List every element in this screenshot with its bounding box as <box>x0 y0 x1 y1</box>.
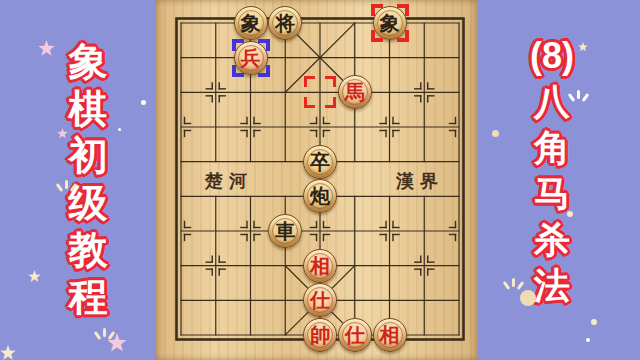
dot-decoration <box>586 338 590 342</box>
piece-character: 相 <box>380 318 400 352</box>
right-title-char: 马 <box>523 171 581 217</box>
left-title: 象 棋 初 级 教 程 <box>60 38 116 320</box>
blue-selection-brackets <box>232 39 270 77</box>
red-move-origin-marker <box>304 76 336 108</box>
piece-black-elephant[interactable]: 象 <box>234 6 268 40</box>
star-decoration <box>38 40 55 57</box>
left-title-char: 教 <box>60 226 116 273</box>
piece-character: 馬 <box>345 75 365 109</box>
right-title-char: 法 <box>523 263 581 309</box>
right-title-char: 角 <box>523 125 581 171</box>
star-decoration <box>107 333 127 353</box>
piece-black-general[interactable]: 将 <box>268 6 302 40</box>
piece-black-chariot[interactable]: 車 <box>268 214 302 248</box>
dot-decoration <box>118 128 121 131</box>
piece-character: 将 <box>275 6 295 40</box>
dot-decoration <box>492 130 499 137</box>
piece-character: 車 <box>275 214 295 248</box>
piece-character: 炮 <box>310 179 330 213</box>
star-decoration <box>28 270 41 283</box>
piece-red-general[interactable]: 帥 <box>303 318 337 352</box>
left-title-char: 象 <box>60 38 116 85</box>
right-title: (8) 八 角 马 杀 法 <box>523 33 581 309</box>
sparkle-decoration <box>96 328 116 342</box>
left-title-char: 棋 <box>60 85 116 132</box>
piece-character: 仕 <box>310 283 330 317</box>
piece-character: 相 <box>310 249 330 283</box>
sparkle-decoration <box>505 278 525 292</box>
left-title-char: 初 <box>60 132 116 179</box>
piece-character: 帥 <box>310 318 330 352</box>
piece-character: 象 <box>241 6 261 40</box>
piece-red-elephant[interactable]: 相 <box>303 249 337 283</box>
left-title-char: 程 <box>60 273 116 320</box>
piece-black-soldier[interactable]: 卒 <box>303 145 337 179</box>
xiangqi-board[interactable]: 楚河 漢界 象将象兵馬卒炮車相仕帥仕相 <box>155 0 478 360</box>
dot-decoration <box>141 100 146 105</box>
piece-red-advisor[interactable]: 仕 <box>338 318 372 352</box>
piece-character: 卒 <box>310 145 330 179</box>
star-decoration <box>0 345 16 360</box>
left-title-char: 级 <box>60 179 116 226</box>
piece-red-horse[interactable]: 馬 <box>338 75 372 109</box>
right-title-char: 八 <box>523 79 581 125</box>
piece-character: 仕 <box>345 318 365 352</box>
right-title-char: (8) <box>523 33 581 79</box>
river-label-han-jie: 漢界 <box>396 169 444 193</box>
right-title-char: 杀 <box>523 217 581 263</box>
dot-decoration <box>591 319 597 325</box>
river-label-chu-he: 楚河 <box>205 169 253 193</box>
red-move-destination-brackets <box>371 4 409 42</box>
piece-red-elephant[interactable]: 相 <box>373 318 407 352</box>
